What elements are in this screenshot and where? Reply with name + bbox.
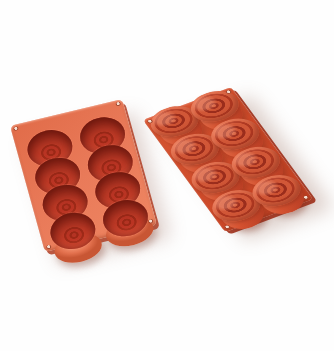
corner-hole: [116, 101, 122, 106]
corner-hole: [148, 219, 154, 224]
corner-hole: [45, 245, 51, 250]
right-mold: [143, 87, 313, 232]
left-mold: [10, 99, 157, 252]
product-photo: [0, 0, 334, 351]
corner-hole: [13, 126, 19, 131]
